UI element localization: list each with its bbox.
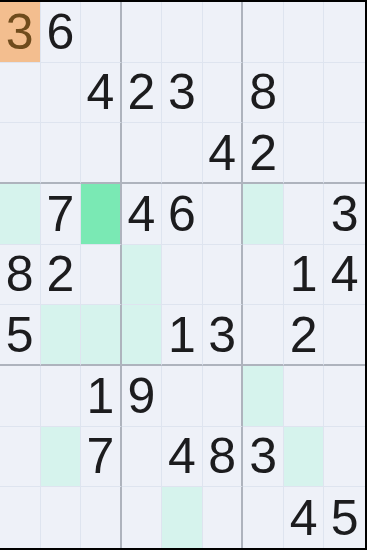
cell-r5c1[interactable] <box>41 305 82 366</box>
cell-r1c6[interactable]: 8 <box>243 63 284 124</box>
cell-r4c7[interactable]: 1 <box>284 245 325 306</box>
cell-r1c5[interactable] <box>203 63 244 124</box>
cell-r1c8[interactable] <box>324 63 365 124</box>
cell-r0c3[interactable] <box>122 2 163 63</box>
cell-r2c8[interactable] <box>324 123 365 184</box>
cell-r3c0[interactable] <box>0 184 41 245</box>
cell-r7c6[interactable]: 3 <box>243 427 284 488</box>
cell-r0c5[interactable] <box>203 2 244 63</box>
cell-r7c1[interactable] <box>41 427 82 488</box>
cell-r3c7[interactable] <box>284 184 325 245</box>
cell-r1c2[interactable]: 4 <box>81 63 122 124</box>
cell-r7c8[interactable] <box>324 427 365 488</box>
cell-r7c0[interactable] <box>0 427 41 488</box>
cell-r7c5[interactable]: 8 <box>203 427 244 488</box>
cell-r4c2[interactable] <box>81 245 122 306</box>
cell-r8c3[interactable] <box>122 487 163 548</box>
cell-r1c1[interactable] <box>41 63 82 124</box>
cell-r5c6[interactable] <box>243 305 284 366</box>
cell-r4c8[interactable]: 4 <box>324 245 365 306</box>
cell-r0c0[interactable]: 3 <box>0 2 41 63</box>
cell-r2c0[interactable] <box>0 123 41 184</box>
cell-r2c4[interactable] <box>162 123 203 184</box>
cell-r4c3[interactable] <box>122 245 163 306</box>
cell-r5c4[interactable]: 1 <box>162 305 203 366</box>
cell-r6c1[interactable] <box>41 366 82 427</box>
cell-r7c3[interactable] <box>122 427 163 488</box>
cell-r3c1[interactable]: 7 <box>41 184 82 245</box>
cell-r8c7[interactable]: 4 <box>284 487 325 548</box>
cell-r3c5[interactable] <box>203 184 244 245</box>
cell-r1c7[interactable] <box>284 63 325 124</box>
cell-r5c5[interactable]: 3 <box>203 305 244 366</box>
cell-r7c7[interactable] <box>284 427 325 488</box>
cell-r0c1[interactable]: 6 <box>41 2 82 63</box>
cell-r0c6[interactable] <box>243 2 284 63</box>
cell-r1c0[interactable] <box>0 63 41 124</box>
cell-r7c2[interactable]: 7 <box>81 427 122 488</box>
cell-r0c4[interactable] <box>162 2 203 63</box>
cell-r3c8[interactable]: 3 <box>324 184 365 245</box>
cell-r2c7[interactable] <box>284 123 325 184</box>
cell-r5c8[interactable] <box>324 305 365 366</box>
cell-r0c2[interactable] <box>81 2 122 63</box>
cell-r4c0[interactable]: 8 <box>0 245 41 306</box>
cell-r3c4[interactable]: 6 <box>162 184 203 245</box>
cell-r5c2[interactable] <box>81 305 122 366</box>
cell-r2c2[interactable] <box>81 123 122 184</box>
cell-r6c0[interactable] <box>0 366 41 427</box>
cell-r6c7[interactable] <box>284 366 325 427</box>
cell-r2c5[interactable]: 4 <box>203 123 244 184</box>
cell-r5c7[interactable]: 2 <box>284 305 325 366</box>
cell-r5c3[interactable] <box>122 305 163 366</box>
cell-r6c6[interactable] <box>243 366 284 427</box>
cell-r6c3[interactable]: 9 <box>122 366 163 427</box>
cell-r1c3[interactable]: 2 <box>122 63 163 124</box>
cell-r4c4[interactable] <box>162 245 203 306</box>
cell-r6c5[interactable] <box>203 366 244 427</box>
cell-r4c6[interactable] <box>243 245 284 306</box>
cell-r6c4[interactable] <box>162 366 203 427</box>
cell-r4c1[interactable]: 2 <box>41 245 82 306</box>
sudoku-board: 3642384274638214513219748345 <box>0 0 367 550</box>
cell-r3c3[interactable]: 4 <box>122 184 163 245</box>
cell-r0c8[interactable] <box>324 2 365 63</box>
cell-r8c5[interactable] <box>203 487 244 548</box>
cell-r5c0[interactable]: 5 <box>0 305 41 366</box>
cell-r6c8[interactable] <box>324 366 365 427</box>
cell-r8c6[interactable] <box>243 487 284 548</box>
cell-r8c4[interactable] <box>162 487 203 548</box>
cell-r3c2[interactable] <box>81 184 122 245</box>
cell-r2c3[interactable] <box>122 123 163 184</box>
cell-r2c6[interactable]: 2 <box>243 123 284 184</box>
cell-r3c6[interactable] <box>243 184 284 245</box>
cell-r8c2[interactable] <box>81 487 122 548</box>
cell-r6c2[interactable]: 1 <box>81 366 122 427</box>
cell-r0c7[interactable] <box>284 2 325 63</box>
cell-r8c1[interactable] <box>41 487 82 548</box>
cell-r8c0[interactable] <box>0 487 41 548</box>
cell-r2c1[interactable] <box>41 123 82 184</box>
cell-r8c8[interactable]: 5 <box>324 487 365 548</box>
cell-r4c5[interactable] <box>203 245 244 306</box>
cell-r7c4[interactable]: 4 <box>162 427 203 488</box>
cell-r1c4[interactable]: 3 <box>162 63 203 124</box>
